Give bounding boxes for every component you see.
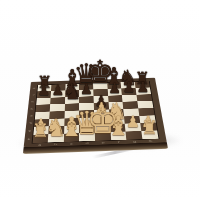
product-photo-scene: abcdefgh 87654321 ♜♝♛♚♝♞♜♟♟♟♟♟♟♟♞♟♟♞♟♟♟♟…: [0, 0, 200, 200]
rank-label-1: 1: [25, 135, 32, 143]
square-f1[interactable]: [110, 131, 126, 140]
square-b1[interactable]: [48, 134, 64, 143]
board-grid: [32, 81, 158, 143]
square-e1[interactable]: [95, 132, 111, 141]
square-c1[interactable]: [64, 133, 80, 142]
square-h1[interactable]: [141, 130, 158, 139]
square-a1[interactable]: [32, 134, 48, 143]
chess-board[interactable]: abcdefgh 87654321: [24, 78, 167, 148]
square-d1[interactable]: [79, 133, 95, 142]
square-g1[interactable]: [126, 131, 143, 140]
